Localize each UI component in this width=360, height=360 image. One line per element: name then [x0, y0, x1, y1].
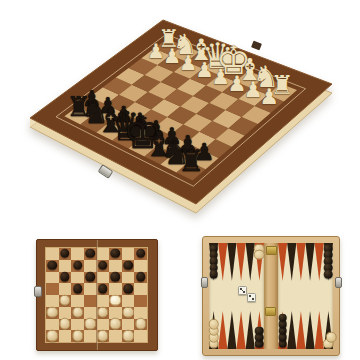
checkers-square — [46, 260, 59, 272]
backgammon-checker-black — [324, 270, 333, 279]
checkers-square — [134, 260, 147, 272]
backgammon-point — [237, 243, 246, 281]
checkers-square — [59, 295, 72, 307]
checkers-square — [46, 330, 59, 342]
checkers-square — [97, 307, 110, 319]
checkers-square — [59, 283, 72, 295]
checkers-piece-light — [135, 318, 147, 330]
checkers-piece-dark — [85, 249, 95, 259]
backgammon-point — [287, 311, 296, 349]
backgammon-right-panel — [278, 243, 333, 349]
backgammon-left-panel — [209, 243, 264, 349]
checkers-square — [97, 319, 110, 331]
backgammon-point — [278, 243, 287, 281]
fold-seam — [96, 240, 98, 350]
checkers-square — [134, 307, 147, 319]
checkers-square — [97, 283, 110, 295]
backgammon-point — [296, 311, 305, 349]
checkers-square — [109, 272, 122, 284]
checkers-square — [97, 295, 110, 307]
checkers-square — [46, 307, 59, 319]
checkers-square — [84, 307, 97, 319]
checkers-square — [122, 307, 135, 319]
backgammon-point — [315, 243, 324, 281]
backgammon-point — [227, 243, 236, 281]
checkers-square — [122, 295, 135, 307]
checkers-square — [134, 319, 147, 331]
checkers-square — [109, 307, 122, 319]
checkers-square — [109, 248, 122, 260]
backgammon-point — [237, 311, 246, 349]
checkers-piece-light — [72, 306, 84, 318]
checkers-square — [134, 330, 147, 342]
checkers-square — [97, 260, 110, 272]
checkers-square — [71, 295, 84, 307]
checkers-board-photo — [36, 239, 158, 351]
checkers-square — [109, 283, 122, 295]
checkers-piece-light — [47, 330, 59, 342]
checkers-piece-dark — [85, 272, 95, 282]
checkers-square — [122, 272, 135, 284]
checkers-square — [84, 260, 97, 272]
checkers-piece-light — [59, 295, 71, 307]
checkers-piece-light — [59, 318, 71, 330]
checkers-square — [46, 248, 59, 260]
checkers-square — [134, 283, 147, 295]
metal-clasp — [201, 277, 208, 288]
checkers-square — [84, 319, 97, 331]
hinge-latch — [266, 246, 277, 255]
backgammon-point — [287, 243, 296, 281]
checkers-piece-light — [72, 330, 84, 342]
checkers-piece-dark — [73, 284, 83, 294]
checkers-square — [46, 319, 59, 331]
die-icon — [238, 286, 247, 295]
checkers-square — [122, 283, 135, 295]
checkers-square — [134, 248, 147, 260]
checkers-piece-dark — [98, 260, 108, 270]
checkers-piece-dark — [60, 249, 70, 259]
checkers-piece-dark — [123, 260, 133, 270]
checkers-square — [46, 295, 59, 307]
checkers-square — [59, 330, 72, 342]
backgammon-point — [296, 243, 305, 281]
checkers-piece-dark — [123, 284, 133, 294]
checkers-piece-dark — [48, 260, 58, 270]
checkers-square — [84, 248, 97, 260]
checkers-square — [109, 319, 122, 331]
backgammon-checker-black — [255, 326, 264, 335]
checkers-square — [122, 260, 135, 272]
checkers-square — [84, 295, 97, 307]
checkers-piece-dark — [136, 272, 146, 282]
checkers-square — [134, 272, 147, 284]
checkers-piece-dark — [136, 249, 146, 259]
checkers-piece-light — [110, 295, 122, 307]
checkers-square — [71, 319, 84, 331]
backgammon-point — [306, 311, 315, 349]
checkers-piece-dark — [98, 284, 108, 294]
checkers-square — [71, 330, 84, 342]
checkers-piece-light — [84, 318, 96, 330]
backgammon-checker-cream — [254, 250, 265, 261]
checkers-square — [59, 307, 72, 319]
checkers-square — [71, 307, 84, 319]
backgammon-checker-cream — [326, 332, 337, 343]
checkers-square — [122, 330, 135, 342]
product-photo: ♜♞♝♛♚♝♞♜♟♟♟♟♟♟♟♟♟♟♟♟♟♟♟♟♜♞♝♛♚♝♞♜ — [0, 0, 360, 360]
checkers-square — [84, 330, 97, 342]
checkers-square — [122, 248, 135, 260]
checkers-square — [97, 248, 110, 260]
checkers-square — [71, 272, 84, 284]
checkers-square — [122, 319, 135, 331]
backgammon-point — [246, 311, 255, 349]
checkers-piece-light — [47, 306, 59, 318]
die-icon — [247, 293, 256, 302]
checkers-square — [71, 248, 84, 260]
backgammon-point — [218, 243, 227, 281]
checkers-square — [59, 272, 72, 284]
checkers-square — [59, 260, 72, 272]
metal-clasp — [335, 277, 342, 288]
checkers-square — [109, 330, 122, 342]
checkers-square — [134, 295, 147, 307]
checkers-square — [109, 260, 122, 272]
backgammon-point — [306, 243, 315, 281]
checkers-piece-dark — [60, 272, 70, 282]
checkers-square — [97, 272, 110, 284]
chess-board — [0, 0, 360, 232]
backgammon-point — [227, 311, 236, 349]
backgammon-checker-black — [209, 270, 218, 279]
checkers-piece-dark — [73, 260, 83, 270]
checkers-piece-light — [97, 306, 109, 318]
checkers-piece-dark — [111, 249, 121, 259]
checkers-square — [84, 283, 97, 295]
checkers-square — [59, 319, 72, 331]
metal-clasp — [34, 286, 42, 297]
checkers-piece-light — [122, 330, 134, 342]
checkers-piece-light — [122, 306, 134, 318]
backgammon-checker-black — [278, 314, 287, 323]
checkers-piece-light — [97, 330, 109, 342]
backgammon-board-photo — [202, 236, 340, 356]
checkers-square — [46, 283, 59, 295]
checkers-piece-light — [110, 318, 122, 330]
checkers-square — [97, 330, 110, 342]
checkers-square — [84, 272, 97, 284]
checkers-square — [71, 260, 84, 272]
checkers-square — [109, 295, 122, 307]
checkers-square — [71, 283, 84, 295]
chess-board-photo: ♜♞♝♛♚♝♞♜♟♟♟♟♟♟♟♟♟♟♟♟♟♟♟♟♜♞♝♛♚♝♞♜ — [0, 0, 360, 232]
backgammon-point — [218, 311, 227, 349]
hinge-latch — [265, 307, 276, 316]
backgammon-checker-cream — [208, 319, 219, 330]
hinge-bar — [264, 243, 278, 349]
checkers-square — [46, 272, 59, 284]
checkers-piece-dark — [111, 272, 121, 282]
checkers-square — [59, 248, 72, 260]
